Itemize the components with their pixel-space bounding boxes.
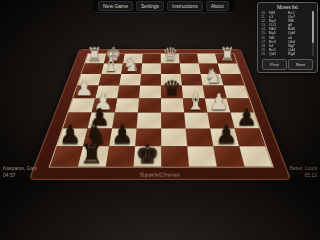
square-d4[interactable]: ♛ (161, 86, 183, 99)
moves-list: 10.Nf3Bc511.c3Qe712.Bg2Nf613.O-Og614.Nb3… (261, 11, 314, 56)
square-d1[interactable]: ♛ (161, 54, 180, 64)
square-e6[interactable] (137, 113, 162, 129)
white-bishop[interactable]: ♝ (103, 55, 120, 74)
square-b7[interactable]: ♟ (210, 129, 239, 147)
menu-item-new-game[interactable]: New Game (98, 1, 133, 11)
square-f3[interactable] (119, 74, 141, 86)
black-rook[interactable]: ♜ (80, 140, 104, 167)
square-c3[interactable] (181, 74, 203, 86)
square-d8[interactable] (161, 146, 189, 166)
square-c8[interactable] (187, 146, 217, 166)
board-logo: SparkChess (140, 172, 181, 178)
board-frame: ♜♚♛♜♝♞♞♟♛♟♝♟♟♟♟♞♟♟♜♚ SparkChess (29, 49, 292, 180)
player-left-name: Kasparov, Gary (3, 165, 37, 172)
black-king[interactable]: ♚ (135, 140, 159, 167)
square-g8[interactable]: ♜ (78, 146, 109, 166)
square-d7[interactable] (161, 129, 187, 147)
square-a8[interactable] (239, 146, 272, 166)
black-pawn[interactable]: ♟ (59, 122, 81, 147)
square-d6[interactable] (161, 113, 186, 129)
square-e5[interactable] (138, 98, 161, 112)
moves-panel: Moves list 10.Nf3Bc511.c3Qe712.Bg2Nf613.… (257, 2, 318, 73)
square-c6[interactable] (184, 113, 210, 129)
square-e4[interactable] (139, 86, 161, 99)
square-b5[interactable]: ♟ (205, 98, 231, 112)
square-a7[interactable] (235, 129, 266, 147)
moves-scrollbar-thumb[interactable] (312, 11, 314, 43)
square-e1[interactable] (142, 54, 161, 64)
prev-move-button[interactable]: Prev (262, 59, 287, 70)
white-pawn[interactable]: ♟ (75, 77, 94, 98)
player-left-clock: 04:57 (3, 172, 37, 179)
white-knight[interactable]: ♞ (204, 66, 222, 86)
square-e3[interactable] (140, 74, 161, 86)
menu-item-about[interactable]: About (206, 1, 229, 11)
square-e8[interactable]: ♚ (133, 146, 161, 166)
chess-board: ♜♚♛♜♝♞♞♟♛♟♝♟♟♟♟♞♟♟♜♚ (50, 54, 272, 167)
square-a3[interactable] (220, 74, 244, 86)
white-queen[interactable]: ♛ (162, 45, 178, 63)
square-d2[interactable] (161, 63, 181, 74)
white-knight[interactable]: ♞ (123, 55, 140, 74)
square-f4[interactable] (117, 86, 140, 99)
square-c2[interactable] (180, 63, 201, 74)
square-g2[interactable]: ♝ (101, 63, 123, 74)
moves-panel-title: Moves list (261, 5, 314, 10)
white-bishop[interactable]: ♝ (186, 91, 206, 113)
white-rook[interactable]: ♜ (86, 45, 102, 63)
square-f8[interactable] (106, 146, 135, 166)
square-c5[interactable]: ♝ (183, 98, 207, 112)
square-c7[interactable] (186, 129, 214, 147)
square-b3[interactable]: ♞ (201, 74, 224, 86)
player-info-left: Kasparov, Gary 04:57 (3, 165, 37, 178)
square-d5[interactable] (161, 98, 184, 112)
menu-item-instructions[interactable]: Instructions (167, 1, 203, 11)
square-c1[interactable] (179, 54, 199, 64)
square-f2[interactable]: ♞ (121, 63, 142, 74)
board-tilt: ♜♚♛♜♝♞♞♟♛♟♝♟♟♟♟♞♟♟♜♚ SparkChess (29, 49, 292, 180)
square-e2[interactable] (141, 63, 161, 74)
white-rook[interactable]: ♜ (219, 45, 235, 63)
player-right-name: Bates, Louis (289, 165, 317, 172)
menu-item-settings[interactable]: Settings (136, 1, 164, 11)
move-row[interactable]: 20.Qd1Rg8 (261, 52, 310, 56)
square-f7[interactable]: ♟ (109, 129, 136, 147)
square-g3[interactable] (98, 74, 121, 86)
white-pawn[interactable]: ♟ (209, 91, 229, 113)
menu-bar: New GameSettingsInstructionsAbout (93, 0, 234, 13)
black-pawn[interactable]: ♟ (236, 105, 257, 128)
black-queen[interactable]: ♛ (163, 77, 182, 98)
next-move-button[interactable]: Next (288, 59, 313, 70)
black-pawn[interactable]: ♟ (215, 122, 237, 147)
black-pawn[interactable]: ♟ (111, 122, 133, 147)
square-f5[interactable] (115, 98, 139, 112)
moves-scrollbar[interactable] (312, 11, 314, 56)
square-a1[interactable]: ♜ (215, 54, 236, 64)
player-right-clock: 05:12 (289, 172, 317, 179)
player-info-right: Bates, Louis 05:12 (289, 165, 317, 178)
